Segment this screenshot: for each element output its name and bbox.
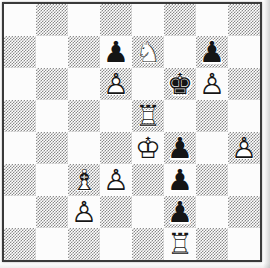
square-c5 (68, 100, 100, 132)
square-h8 (228, 4, 260, 36)
white-knight-e7: ♘ (132, 36, 164, 68)
board-frame: ♟♘♟♙♚♙♖♔♟♙♗♙♟♙♟♖ (2, 2, 262, 262)
square-h2 (228, 196, 260, 228)
square-f4: ♟ (164, 132, 196, 164)
square-e5: ♖ (132, 100, 164, 132)
white-rook-f1: ♖ (164, 228, 196, 260)
square-a6 (4, 68, 36, 100)
square-a2 (4, 196, 36, 228)
square-d7: ♟ (100, 36, 132, 68)
square-c7 (68, 36, 100, 68)
square-a5 (4, 100, 36, 132)
scan-edge-shadow-bottom (0, 263, 270, 268)
white-king-e4: ♔ (132, 132, 164, 164)
white-pawn-c2: ♙ (68, 196, 100, 228)
square-b4 (36, 132, 68, 164)
square-d8 (100, 4, 132, 36)
square-b1 (36, 228, 68, 260)
white-bishop-c3: ♗ (68, 164, 100, 196)
square-a8 (4, 4, 36, 36)
square-g8 (196, 4, 228, 36)
square-h6 (228, 68, 260, 100)
square-c4 (68, 132, 100, 164)
square-h4: ♙ (228, 132, 260, 164)
square-e2 (132, 196, 164, 228)
black-king-f6: ♚ (164, 68, 196, 100)
square-f3: ♟ (164, 164, 196, 196)
square-h3 (228, 164, 260, 196)
square-b2 (36, 196, 68, 228)
square-c3: ♗ (68, 164, 100, 196)
square-e1 (132, 228, 164, 260)
black-pawn-d7: ♟ (100, 36, 132, 68)
square-b8 (36, 4, 68, 36)
square-g2 (196, 196, 228, 228)
square-d3: ♙ (100, 164, 132, 196)
square-e7: ♘ (132, 36, 164, 68)
square-g3 (196, 164, 228, 196)
black-pawn-f3: ♟ (164, 164, 196, 196)
square-h7 (228, 36, 260, 68)
square-h5 (228, 100, 260, 132)
square-d2 (100, 196, 132, 228)
square-c6 (68, 68, 100, 100)
square-a1 (4, 228, 36, 260)
black-pawn-g7: ♟ (196, 36, 228, 68)
square-b6 (36, 68, 68, 100)
square-g7: ♟ (196, 36, 228, 68)
square-f6: ♚ (164, 68, 196, 100)
square-a4 (4, 132, 36, 164)
square-d6: ♙ (100, 68, 132, 100)
square-h1 (228, 228, 260, 260)
square-g1 (196, 228, 228, 260)
square-c1 (68, 228, 100, 260)
black-pawn-f4: ♟ (164, 132, 196, 164)
square-e3 (132, 164, 164, 196)
white-pawn-g6: ♙ (196, 68, 228, 100)
square-e6 (132, 68, 164, 100)
square-d1 (100, 228, 132, 260)
black-pawn-f2: ♟ (164, 196, 196, 228)
square-e8 (132, 4, 164, 36)
square-g5 (196, 100, 228, 132)
square-f8 (164, 4, 196, 36)
square-f2: ♟ (164, 196, 196, 228)
square-e4: ♔ (132, 132, 164, 164)
square-b3 (36, 164, 68, 196)
square-f7 (164, 36, 196, 68)
white-rook-e5: ♖ (132, 100, 164, 132)
square-b5 (36, 100, 68, 132)
scan-edge-shadow-right (263, 0, 270, 268)
square-a7 (4, 36, 36, 68)
white-pawn-h4: ♙ (228, 132, 260, 164)
square-c8 (68, 4, 100, 36)
chess-board: ♟♘♟♙♚♙♖♔♟♙♗♙♟♙♟♖ (4, 4, 260, 260)
square-g4 (196, 132, 228, 164)
square-c2: ♙ (68, 196, 100, 228)
white-pawn-d6: ♙ (100, 68, 132, 100)
square-f5 (164, 100, 196, 132)
square-a3 (4, 164, 36, 196)
square-f1: ♖ (164, 228, 196, 260)
square-b7 (36, 36, 68, 68)
white-pawn-d3: ♙ (100, 164, 132, 196)
square-d4 (100, 132, 132, 164)
square-d5 (100, 100, 132, 132)
square-g6: ♙ (196, 68, 228, 100)
page: { "game": "chess", "position": "8/3pN1p1… (0, 0, 270, 268)
